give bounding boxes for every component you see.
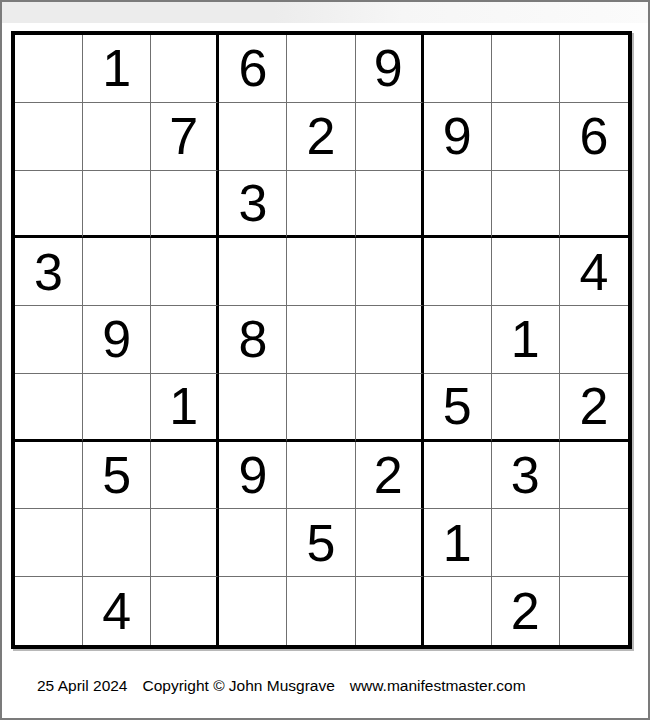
cell-r7c5-empty[interactable] — [287, 442, 355, 510]
cell-r9c8-given: 2 — [492, 577, 560, 645]
cell-r6c3-given: 1 — [151, 374, 219, 442]
cell-r1c3-empty[interactable] — [151, 35, 219, 103]
cell-r5c7-empty[interactable] — [424, 306, 492, 374]
cell-r7c6-given: 2 — [356, 442, 424, 510]
cell-r7c2-given: 5 — [83, 442, 151, 510]
cell-r7c4-given: 9 — [219, 442, 287, 510]
cell-r1c2-given: 1 — [83, 35, 151, 103]
cell-r6c4-empty[interactable] — [219, 374, 287, 442]
cell-r4c3-empty[interactable] — [151, 238, 219, 306]
cell-r8c3-empty[interactable] — [151, 509, 219, 577]
cell-r5c9-empty[interactable] — [560, 306, 628, 374]
cell-r8c5-given: 5 — [287, 509, 355, 577]
cell-r5c2-given: 9 — [83, 306, 151, 374]
cell-r3c7-empty[interactable] — [424, 171, 492, 239]
cell-r9c6-empty[interactable] — [356, 577, 424, 645]
cell-r2c9-given: 6 — [560, 103, 628, 171]
website-text: www.manifestmaster.com — [350, 677, 526, 695]
cell-r5c3-empty[interactable] — [151, 306, 219, 374]
cell-r4c8-empty[interactable] — [492, 238, 560, 306]
cell-r5c5-empty[interactable] — [287, 306, 355, 374]
cell-r5c1-empty[interactable] — [15, 306, 83, 374]
header-strip — [2, 2, 648, 23]
cell-r6c6-empty[interactable] — [356, 374, 424, 442]
cell-r4c6-empty[interactable] — [356, 238, 424, 306]
sudoku-board: 169729633498115259235142 — [11, 31, 632, 649]
cell-r4c5-empty[interactable] — [287, 238, 355, 306]
cell-r6c7-given: 5 — [424, 374, 492, 442]
cell-r6c9-given: 2 — [560, 374, 628, 442]
cell-r2c3-given: 7 — [151, 103, 219, 171]
cell-r8c4-empty[interactable] — [219, 509, 287, 577]
cell-r6c1-empty[interactable] — [15, 374, 83, 442]
cell-r5c4-given: 8 — [219, 306, 287, 374]
cell-r2c5-given: 2 — [287, 103, 355, 171]
cell-r3c6-empty[interactable] — [356, 171, 424, 239]
cell-r7c9-empty[interactable] — [560, 442, 628, 510]
cell-r2c4-empty[interactable] — [219, 103, 287, 171]
cell-r6c2-empty[interactable] — [83, 374, 151, 442]
cell-r1c5-empty[interactable] — [287, 35, 355, 103]
cell-r3c8-empty[interactable] — [492, 171, 560, 239]
cell-r6c5-empty[interactable] — [287, 374, 355, 442]
cell-r8c6-empty[interactable] — [356, 509, 424, 577]
cell-r3c4-given: 3 — [219, 171, 287, 239]
cell-r2c6-empty[interactable] — [356, 103, 424, 171]
cell-r4c1-given: 3 — [15, 238, 83, 306]
cell-r4c9-given: 4 — [560, 238, 628, 306]
cell-r8c2-empty[interactable] — [83, 509, 151, 577]
cell-r9c7-empty[interactable] — [424, 577, 492, 645]
cell-r4c4-empty[interactable] — [219, 238, 287, 306]
cell-r2c7-given: 9 — [424, 103, 492, 171]
cell-r3c3-empty[interactable] — [151, 171, 219, 239]
cell-r1c8-empty[interactable] — [492, 35, 560, 103]
cell-r7c3-empty[interactable] — [151, 442, 219, 510]
cell-r3c5-empty[interactable] — [287, 171, 355, 239]
cell-r7c7-empty[interactable] — [424, 442, 492, 510]
footer: 25 April 2024 Copyright © John Musgrave … — [37, 677, 526, 695]
cell-r2c2-empty[interactable] — [83, 103, 151, 171]
cell-r9c1-empty[interactable] — [15, 577, 83, 645]
cell-r9c9-empty[interactable] — [560, 577, 628, 645]
cell-r3c1-empty[interactable] — [15, 171, 83, 239]
cell-r3c2-empty[interactable] — [83, 171, 151, 239]
cell-r5c6-empty[interactable] — [356, 306, 424, 374]
copyright-text: Copyright © John Musgrave — [143, 677, 335, 695]
cell-r8c1-empty[interactable] — [15, 509, 83, 577]
cell-r1c6-given: 9 — [356, 35, 424, 103]
puzzle-page: 169729633498115259235142 25 April 2024 C… — [0, 0, 650, 720]
cell-r1c1-empty[interactable] — [15, 35, 83, 103]
cell-r4c7-empty[interactable] — [424, 238, 492, 306]
cell-r6c8-empty[interactable] — [492, 374, 560, 442]
cell-r7c1-empty[interactable] — [15, 442, 83, 510]
cell-r7c8-given: 3 — [492, 442, 560, 510]
cell-r9c5-empty[interactable] — [287, 577, 355, 645]
cell-r8c9-empty[interactable] — [560, 509, 628, 577]
cell-r2c8-empty[interactable] — [492, 103, 560, 171]
cell-r8c7-given: 1 — [424, 509, 492, 577]
cell-r1c7-empty[interactable] — [424, 35, 492, 103]
cell-r9c3-empty[interactable] — [151, 577, 219, 645]
cell-r1c9-empty[interactable] — [560, 35, 628, 103]
cell-r8c8-empty[interactable] — [492, 509, 560, 577]
cell-r2c1-empty[interactable] — [15, 103, 83, 171]
puzzle-date: 25 April 2024 — [37, 677, 128, 695]
cell-r1c4-given: 6 — [219, 35, 287, 103]
cell-r3c9-empty[interactable] — [560, 171, 628, 239]
cell-r4c2-empty[interactable] — [83, 238, 151, 306]
cell-r5c8-given: 1 — [492, 306, 560, 374]
cell-r9c4-empty[interactable] — [219, 577, 287, 645]
cell-r9c2-given: 4 — [83, 577, 151, 645]
